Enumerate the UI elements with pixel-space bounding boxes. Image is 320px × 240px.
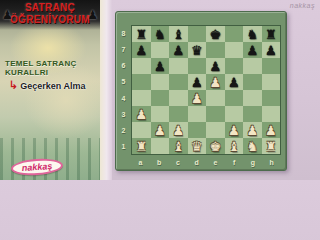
- piece-white-pawn: ♟: [265, 124, 277, 137]
- file-label-d: d: [187, 156, 206, 169]
- piece-black-pawn: ♟: [154, 60, 166, 73]
- piece-white-pawn: ♟: [172, 124, 184, 137]
- piece-white-pawn: ♟: [209, 76, 221, 89]
- piece-black-pawn: ♟: [135, 44, 147, 57]
- square-a1[interactable]: ♜: [132, 138, 151, 154]
- piece-black-pawn: ♟: [246, 44, 258, 57]
- piece-black-knight: ♞: [246, 28, 258, 41]
- piece-white-rook: ♜: [135, 140, 147, 153]
- square-e3[interactable]: [206, 106, 225, 122]
- rank-label-5: 5: [116, 74, 131, 90]
- piece-black-queen: ♛: [191, 44, 203, 57]
- square-e2[interactable]: [206, 122, 225, 138]
- sidebar: ♟ SATRANÇ ÖĞRENİYORUM ♟ TEMEL SATRANÇ KU…: [0, 0, 100, 180]
- piece-black-king: ♚: [209, 28, 221, 41]
- piece-black-rook: ♜: [135, 28, 147, 41]
- square-g7[interactable]: ♟: [243, 42, 262, 58]
- square-b6[interactable]: ♟: [151, 58, 170, 74]
- file-label-a: a: [131, 156, 150, 169]
- square-f3[interactable]: [225, 106, 244, 122]
- square-c1[interactable]: ♝: [169, 138, 188, 154]
- piece-white-knight: ♞: [246, 140, 258, 153]
- lesson-series-line1: TEMEL SATRANÇ: [5, 59, 97, 68]
- square-h2[interactable]: ♟: [262, 122, 281, 138]
- square-f1[interactable]: ♝: [225, 138, 244, 154]
- piece-black-knight: ♞: [154, 28, 166, 41]
- square-e1[interactable]: ♚: [206, 138, 225, 154]
- square-f2[interactable]: ♟: [225, 122, 244, 138]
- square-a3[interactable]: ♟: [132, 106, 151, 122]
- piece-black-pawn: ♟: [209, 60, 221, 73]
- piece-black-pawn: ♟: [172, 44, 184, 57]
- program-title-line1: SATRANÇ: [0, 2, 100, 14]
- piece-white-bishop: ♝: [172, 140, 184, 153]
- square-c8[interactable]: ♝: [169, 26, 188, 42]
- piece-black-bishop: ♝: [172, 28, 184, 41]
- piece-white-bishop: ♝: [228, 140, 240, 153]
- black-pawn-icon: ♟: [87, 9, 98, 21]
- square-d4[interactable]: ♟: [188, 90, 207, 106]
- square-a4[interactable]: [132, 90, 151, 106]
- square-f5[interactable]: ♟: [225, 74, 244, 90]
- chess-board: ♜♞♝♚♞♜♟♟♛♟♟♟♟♟♟♟♟♟♟♟♟♟♟♜♝♛♚♝♞♜: [131, 25, 281, 155]
- rank-label-6: 6: [116, 58, 131, 74]
- square-b7[interactable]: [151, 42, 170, 58]
- program-title: ♟ SATRANÇ ÖĞRENİYORUM ♟: [0, 0, 100, 30]
- square-h5[interactable]: [262, 74, 281, 90]
- square-d5[interactable]: ♟: [188, 74, 207, 90]
- file-labels: abcdefgh: [131, 156, 281, 169]
- piece-black-rook: ♜: [265, 28, 277, 41]
- square-g1[interactable]: ♞: [243, 138, 262, 154]
- square-d1[interactable]: ♛: [188, 138, 207, 154]
- lesson-series-line2: KURALLRI: [5, 68, 97, 77]
- file-label-c: c: [169, 156, 188, 169]
- watermark-text: nakkaş: [290, 2, 315, 9]
- square-b2[interactable]: ♟: [151, 122, 170, 138]
- rank-label-8: 8: [116, 25, 131, 41]
- piece-white-rook: ♜: [265, 140, 277, 153]
- square-b3[interactable]: [151, 106, 170, 122]
- file-label-e: e: [206, 156, 225, 169]
- square-c5[interactable]: [169, 74, 188, 90]
- piece-white-pawn: ♟: [154, 124, 166, 137]
- piece-white-pawn: ♟: [191, 92, 203, 105]
- square-a2[interactable]: [132, 122, 151, 138]
- square-g3[interactable]: [243, 106, 262, 122]
- square-a5[interactable]: [132, 74, 151, 90]
- square-c3[interactable]: [169, 106, 188, 122]
- square-e8[interactable]: ♚: [206, 26, 225, 42]
- square-g5[interactable]: [243, 74, 262, 90]
- piece-black-pawn: ♟: [265, 44, 277, 57]
- square-b8[interactable]: ♞: [151, 26, 170, 42]
- current-topic-label: Geçerken Alma: [20, 81, 85, 91]
- chess-board-panel: 87654321 ♜♞♝♚♞♜♟♟♛♟♟♟♟♟♟♟♟♟♟♟♟♟♟♜♝♛♚♝♞♜ …: [115, 11, 287, 171]
- rank-label-7: 7: [116, 41, 131, 57]
- rank-label-3: 3: [116, 106, 131, 122]
- square-h1[interactable]: ♜: [262, 138, 281, 154]
- square-b5[interactable]: [151, 74, 170, 90]
- square-c7[interactable]: ♟: [169, 42, 188, 58]
- square-d3[interactable]: [188, 106, 207, 122]
- file-label-b: b: [150, 156, 169, 169]
- square-a8[interactable]: ♜: [132, 26, 151, 42]
- program-title-line2: ÖĞRENİYORUM: [0, 14, 100, 26]
- file-label-f: f: [225, 156, 244, 169]
- piece-white-king: ♚: [209, 140, 221, 153]
- square-d6[interactable]: [188, 58, 207, 74]
- current-topic: ↳ Geçerken Alma: [9, 80, 85, 91]
- square-g2[interactable]: ♟: [243, 122, 262, 138]
- square-e5[interactable]: ♟: [206, 74, 225, 90]
- square-g6[interactable]: [243, 58, 262, 74]
- square-b1[interactable]: [151, 138, 170, 154]
- square-a7[interactable]: ♟: [132, 42, 151, 58]
- panel-divider: [100, 0, 112, 180]
- rank-label-1: 1: [116, 139, 131, 155]
- square-h4[interactable]: [262, 90, 281, 106]
- square-g8[interactable]: ♞: [243, 26, 262, 42]
- square-d7[interactable]: ♛: [188, 42, 207, 58]
- publisher-logo-text: nakkaş: [21, 161, 52, 172]
- rank-label-4: 4: [116, 90, 131, 106]
- piece-black-pawn: ♟: [228, 76, 240, 89]
- square-d8[interactable]: [188, 26, 207, 42]
- piece-white-pawn: ♟: [228, 124, 240, 137]
- square-h3[interactable]: [262, 106, 281, 122]
- file-label-g: g: [244, 156, 263, 169]
- black-pawn-icon: ♟: [2, 9, 13, 21]
- square-c2[interactable]: ♟: [169, 122, 188, 138]
- square-a6[interactable]: [132, 58, 151, 74]
- square-g4[interactable]: [243, 90, 262, 106]
- piece-white-pawn: ♟: [135, 108, 147, 121]
- square-e7[interactable]: [206, 42, 225, 58]
- square-c6[interactable]: [169, 58, 188, 74]
- square-e6[interactable]: ♟: [206, 58, 225, 74]
- rank-labels: 87654321: [116, 25, 131, 155]
- rank-label-2: 2: [116, 123, 131, 139]
- piece-white-queen: ♛: [191, 140, 203, 153]
- square-d2[interactable]: [188, 122, 207, 138]
- square-h8[interactable]: ♜: [262, 26, 281, 42]
- red-elbow-arrow-icon: ↳: [9, 80, 18, 91]
- square-e4[interactable]: [206, 90, 225, 106]
- file-label-h: h: [262, 156, 281, 169]
- lesson-series-title: TEMEL SATRANÇ KURALLRI: [5, 59, 97, 77]
- square-b4[interactable]: [151, 90, 170, 106]
- piece-white-pawn: ♟: [246, 124, 258, 137]
- square-h6[interactable]: [262, 58, 281, 74]
- square-h7[interactable]: ♟: [262, 42, 281, 58]
- square-f7[interactable]: [225, 42, 244, 58]
- square-c4[interactable]: [169, 90, 188, 106]
- square-f6[interactable]: [225, 58, 244, 74]
- square-f4[interactable]: [225, 90, 244, 106]
- piece-black-pawn: ♟: [191, 76, 203, 89]
- square-f8[interactable]: [225, 26, 244, 42]
